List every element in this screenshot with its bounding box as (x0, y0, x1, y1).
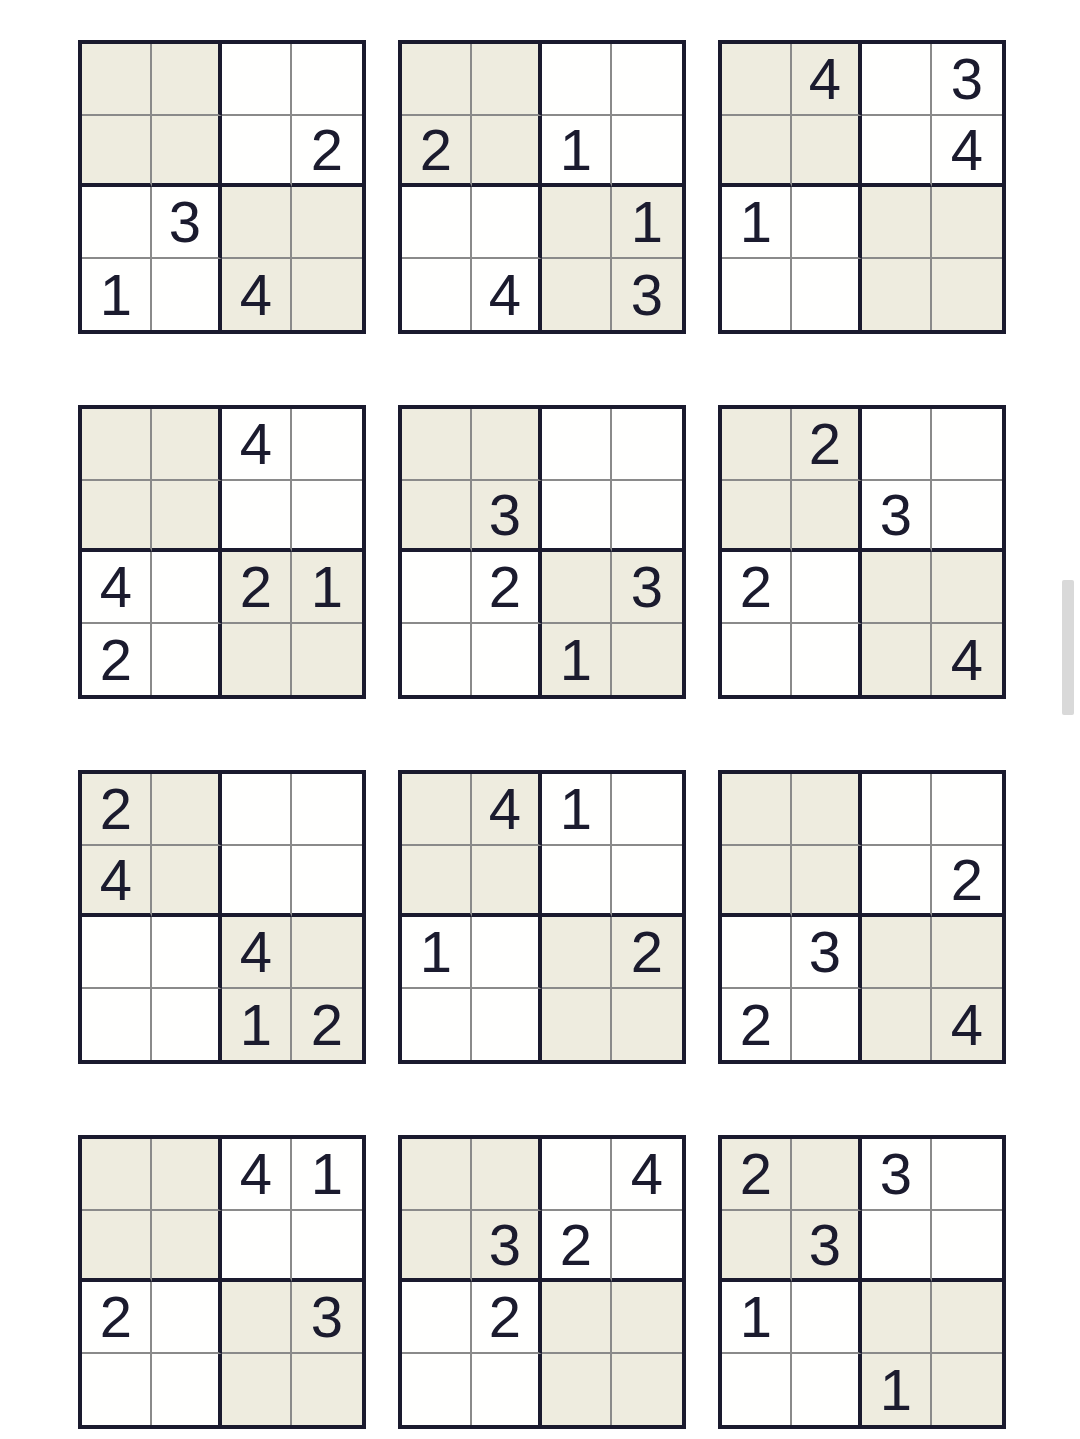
board-3-cell-r4c3 (862, 259, 932, 331)
board-12-cell-r4c4 (932, 1354, 1002, 1426)
board-10-cell-r4c3 (222, 1354, 292, 1426)
board-9-cell-r1c2 (792, 774, 862, 846)
board-12-cell-r1c2 (792, 1139, 862, 1211)
board-8-cell-r4c4 (612, 989, 682, 1061)
board-11-cell-r4c2 (472, 1354, 542, 1426)
board-1-cell-r3c2: 3 (152, 187, 222, 259)
board-7-cell-r4c2 (152, 989, 222, 1061)
board-3-cell-r3c4 (932, 187, 1002, 259)
board-10-cell-r4c1 (82, 1354, 152, 1426)
board-5-cell-r4c3: 1 (542, 624, 612, 696)
board-8-cell-r1c1 (402, 774, 472, 846)
board-11-cell-r1c3 (542, 1139, 612, 1211)
board-8-cell-r3c4: 2 (612, 917, 682, 989)
board-7-cell-r4c4: 2 (292, 989, 362, 1061)
board-11-cell-r4c3 (542, 1354, 612, 1426)
board-1-cell-r3c3 (222, 187, 292, 259)
board-2-cell-r1c3 (542, 44, 612, 116)
board-11-cell-r3c1 (402, 1282, 472, 1354)
board-2-cell-r4c4: 3 (612, 259, 682, 331)
board-4-cell-r1c3: 4 (222, 409, 292, 481)
board-1-cell-r2c3 (222, 116, 292, 188)
board-9-cell-r3c2: 3 (792, 917, 862, 989)
board-3-cell-r2c2 (792, 116, 862, 188)
board-2-cell-r2c4 (612, 116, 682, 188)
board-7-cell-r3c3: 4 (222, 917, 292, 989)
board-1-cell-r1c4 (292, 44, 362, 116)
board-1-cell-r2c1 (82, 116, 152, 188)
board-6-cell-r4c1 (722, 624, 792, 696)
board-4-cell-r2c2 (152, 481, 222, 553)
board-12-cell-r2c2: 3 (792, 1211, 862, 1283)
board-2-cell-r3c1 (402, 187, 472, 259)
board-4-cell-r3c4: 1 (292, 552, 362, 624)
board-9-cell-r2c1 (722, 846, 792, 918)
board-10-cell-r2c2 (152, 1211, 222, 1283)
board-11-cell-r2c3: 2 (542, 1211, 612, 1283)
board-11-cell-r2c1 (402, 1211, 472, 1283)
board-2-cell-r3c4: 1 (612, 187, 682, 259)
board-10-cell-r3c2 (152, 1282, 222, 1354)
board-11-cell-r1c2 (472, 1139, 542, 1211)
sudoku-board-12: 23311 (718, 1135, 1006, 1429)
board-3-cell-r4c4 (932, 259, 1002, 331)
board-8-cell-r2c3 (542, 846, 612, 918)
board-8-cell-r1c4 (612, 774, 682, 846)
board-10-cell-r2c4 (292, 1211, 362, 1283)
board-12-cell-r4c3: 1 (862, 1354, 932, 1426)
sudoku-board-3: 4341 (718, 40, 1006, 334)
board-4-cell-r4c4 (292, 624, 362, 696)
board-4-cell-r1c1 (82, 409, 152, 481)
board-6-cell-r4c3 (862, 624, 932, 696)
sudoku-board-2: 21143 (398, 40, 686, 334)
board-6-cell-r1c4 (932, 409, 1002, 481)
puzzle-sheet: 2314211434341442123231232424412411223244… (78, 40, 1006, 1429)
board-5-cell-r3c3 (542, 552, 612, 624)
board-2-cell-r1c1 (402, 44, 472, 116)
board-4-cell-r4c3 (222, 624, 292, 696)
board-7-cell-r4c1 (82, 989, 152, 1061)
board-4-cell-r2c1 (82, 481, 152, 553)
board-12-cell-r3c3 (862, 1282, 932, 1354)
board-2-cell-r2c1: 2 (402, 116, 472, 188)
board-12-cell-r4c2 (792, 1354, 862, 1426)
board-1-cell-r3c4 (292, 187, 362, 259)
board-11-cell-r3c2: 2 (472, 1282, 542, 1354)
board-6-cell-r3c2 (792, 552, 862, 624)
board-9-cell-r4c3 (862, 989, 932, 1061)
board-5-cell-r2c4 (612, 481, 682, 553)
board-9-cell-r3c3 (862, 917, 932, 989)
board-5-cell-r2c1 (402, 481, 472, 553)
board-8-cell-r2c4 (612, 846, 682, 918)
board-6-cell-r1c2: 2 (792, 409, 862, 481)
board-1-cell-r3c1 (82, 187, 152, 259)
board-11-cell-r2c2: 3 (472, 1211, 542, 1283)
board-5-cell-r1c1 (402, 409, 472, 481)
board-11-cell-r1c4: 4 (612, 1139, 682, 1211)
board-12-cell-r2c1 (722, 1211, 792, 1283)
board-6-cell-r1c3 (862, 409, 932, 481)
board-5-cell-r2c2: 3 (472, 481, 542, 553)
board-9-cell-r2c4: 2 (932, 846, 1002, 918)
board-4-cell-r3c2 (152, 552, 222, 624)
board-2-cell-r3c3 (542, 187, 612, 259)
board-3-cell-r1c1 (722, 44, 792, 116)
board-10-cell-r2c1 (82, 1211, 152, 1283)
board-7-cell-r1c1: 2 (82, 774, 152, 846)
board-8-cell-r3c1: 1 (402, 917, 472, 989)
board-3-cell-r3c2 (792, 187, 862, 259)
board-10-cell-r1c1 (82, 1139, 152, 1211)
board-8-cell-r1c3: 1 (542, 774, 612, 846)
board-10-cell-r3c3 (222, 1282, 292, 1354)
board-12-cell-r2c4 (932, 1211, 1002, 1283)
board-4-cell-r4c1: 2 (82, 624, 152, 696)
board-1-cell-r4c1: 1 (82, 259, 152, 331)
board-2-cell-r4c1 (402, 259, 472, 331)
board-7-cell-r1c2 (152, 774, 222, 846)
scrollbar-thumb[interactable] (1062, 580, 1074, 715)
board-5-cell-r4c2 (472, 624, 542, 696)
board-9-cell-r2c2 (792, 846, 862, 918)
board-12-cell-r2c3 (862, 1211, 932, 1283)
board-1-cell-r4c2 (152, 259, 222, 331)
board-2-cell-r2c3: 1 (542, 116, 612, 188)
board-6-cell-r4c4: 4 (932, 624, 1002, 696)
board-5-cell-r3c4: 3 (612, 552, 682, 624)
sudoku-board-7: 24412 (78, 770, 366, 1064)
board-11-cell-r4c4 (612, 1354, 682, 1426)
board-3-cell-r2c4: 4 (932, 116, 1002, 188)
board-2-cell-r1c4 (612, 44, 682, 116)
sudoku-board-9: 2324 (718, 770, 1006, 1064)
board-2-cell-r2c2 (472, 116, 542, 188)
board-1-cell-r2c4: 2 (292, 116, 362, 188)
sudoku-board-11: 4322 (398, 1135, 686, 1429)
board-3-cell-r2c1 (722, 116, 792, 188)
board-9-cell-r3c4 (932, 917, 1002, 989)
board-10-cell-r1c3: 4 (222, 1139, 292, 1211)
board-3-cell-r3c1: 1 (722, 187, 792, 259)
board-6-cell-r4c2 (792, 624, 862, 696)
board-4-cell-r4c2 (152, 624, 222, 696)
board-11-cell-r3c4 (612, 1282, 682, 1354)
board-8-cell-r3c2 (472, 917, 542, 989)
board-8-cell-r4c1 (402, 989, 472, 1061)
board-1-cell-r1c3 (222, 44, 292, 116)
sudoku-board-8: 4112 (398, 770, 686, 1064)
board-5-cell-r1c4 (612, 409, 682, 481)
board-9-cell-r1c4 (932, 774, 1002, 846)
board-9-cell-r1c3 (862, 774, 932, 846)
board-4-cell-r1c2 (152, 409, 222, 481)
board-5-cell-r1c3 (542, 409, 612, 481)
board-1-cell-r1c2 (152, 44, 222, 116)
board-11-cell-r4c1 (402, 1354, 472, 1426)
board-7-cell-r2c2 (152, 846, 222, 918)
board-10-cell-r2c3 (222, 1211, 292, 1283)
board-6-cell-r1c1 (722, 409, 792, 481)
board-5-cell-r3c1 (402, 552, 472, 624)
board-10-cell-r3c4: 3 (292, 1282, 362, 1354)
board-9-cell-r4c1: 2 (722, 989, 792, 1061)
sudoku-board-10: 4123 (78, 1135, 366, 1429)
board-3-cell-r4c1 (722, 259, 792, 331)
board-9-cell-r2c3 (862, 846, 932, 918)
board-9-cell-r4c2 (792, 989, 862, 1061)
board-4-cell-r2c4 (292, 481, 362, 553)
board-6-cell-r2c4 (932, 481, 1002, 553)
board-2-cell-r1c2 (472, 44, 542, 116)
board-3-cell-r4c2 (792, 259, 862, 331)
board-2-cell-r4c3 (542, 259, 612, 331)
board-7-cell-r1c3 (222, 774, 292, 846)
board-1-cell-r4c4 (292, 259, 362, 331)
board-5-cell-r3c2: 2 (472, 552, 542, 624)
board-8-cell-r1c2: 4 (472, 774, 542, 846)
board-8-cell-r4c3 (542, 989, 612, 1061)
board-12-cell-r3c1: 1 (722, 1282, 792, 1354)
board-8-cell-r2c1 (402, 846, 472, 918)
sudoku-board-4: 44212 (78, 405, 366, 699)
board-11-cell-r3c3 (542, 1282, 612, 1354)
board-5-cell-r1c2 (472, 409, 542, 481)
board-5-cell-r4c4 (612, 624, 682, 696)
board-7-cell-r4c3: 1 (222, 989, 292, 1061)
board-2-cell-r3c2 (472, 187, 542, 259)
board-7-cell-r3c2 (152, 917, 222, 989)
board-7-cell-r2c3 (222, 846, 292, 918)
board-1-cell-r2c2 (152, 116, 222, 188)
board-6-cell-r2c1 (722, 481, 792, 553)
board-2-cell-r4c2: 4 (472, 259, 542, 331)
board-10-cell-r1c2 (152, 1139, 222, 1211)
board-8-cell-r3c3 (542, 917, 612, 989)
board-3-cell-r1c3 (862, 44, 932, 116)
board-12-cell-r3c4 (932, 1282, 1002, 1354)
board-6-cell-r3c4 (932, 552, 1002, 624)
board-7-cell-r1c4 (292, 774, 362, 846)
board-12-cell-r1c3: 3 (862, 1139, 932, 1211)
sudoku-board-6: 2324 (718, 405, 1006, 699)
board-4-cell-r1c4 (292, 409, 362, 481)
board-10-cell-r1c4: 1 (292, 1139, 362, 1211)
board-5-cell-r4c1 (402, 624, 472, 696)
board-6-cell-r3c1: 2 (722, 552, 792, 624)
board-7-cell-r2c1: 4 (82, 846, 152, 918)
board-11-cell-r1c1 (402, 1139, 472, 1211)
board-7-cell-r3c1 (82, 917, 152, 989)
board-8-cell-r2c2 (472, 846, 542, 918)
board-10-cell-r4c2 (152, 1354, 222, 1426)
board-9-cell-r3c1 (722, 917, 792, 989)
board-3-cell-r1c4: 3 (932, 44, 1002, 116)
board-7-cell-r2c4 (292, 846, 362, 918)
board-6-cell-r2c2 (792, 481, 862, 553)
board-11-cell-r2c4 (612, 1211, 682, 1283)
board-6-cell-r2c3: 3 (862, 481, 932, 553)
board-10-cell-r3c1: 2 (82, 1282, 152, 1354)
board-9-cell-r4c4: 4 (932, 989, 1002, 1061)
board-4-cell-r2c3 (222, 481, 292, 553)
board-12-cell-r3c2 (792, 1282, 862, 1354)
board-5-cell-r2c3 (542, 481, 612, 553)
board-4-cell-r3c3: 2 (222, 552, 292, 624)
board-1-cell-r4c3: 4 (222, 259, 292, 331)
board-12-cell-r4c1 (722, 1354, 792, 1426)
board-12-cell-r1c4 (932, 1139, 1002, 1211)
board-3-cell-r1c2: 4 (792, 44, 862, 116)
board-12-cell-r1c1: 2 (722, 1139, 792, 1211)
board-7-cell-r3c4 (292, 917, 362, 989)
board-3-cell-r2c3 (862, 116, 932, 188)
board-3-cell-r3c3 (862, 187, 932, 259)
sudoku-board-5: 3231 (398, 405, 686, 699)
board-6-cell-r3c3 (862, 552, 932, 624)
board-10-cell-r4c4 (292, 1354, 362, 1426)
board-1-cell-r1c1 (82, 44, 152, 116)
sudoku-board-1: 2314 (78, 40, 366, 334)
board-4-cell-r3c1: 4 (82, 552, 152, 624)
board-8-cell-r4c2 (472, 989, 542, 1061)
board-9-cell-r1c1 (722, 774, 792, 846)
